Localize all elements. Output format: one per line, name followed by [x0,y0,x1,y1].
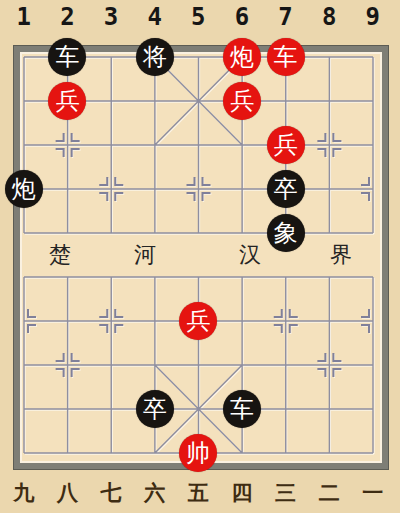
board-point-f2r2[interactable] [46,123,90,167]
piece-black-soldier[interactable]: 卒 [267,170,305,208]
piece-char: 车 [55,45,79,69]
board-point-f2r4[interactable] [46,211,90,255]
file-label-top-1: 1 [2,2,46,32]
board-point-f1r1[interactable] [2,79,46,123]
file-label-top-4: 4 [133,2,177,32]
piece-red-soldier[interactable]: 兵 [179,302,217,340]
board-point-f2r1[interactable]: 兵 [46,79,90,123]
board-point-f9r0[interactable] [351,35,395,79]
piece-red-general[interactable]: 帅 [179,434,217,472]
board-point-f7r8[interactable] [264,387,308,431]
board-point-f4r7[interactable] [133,343,177,387]
board-point-f2r0[interactable]: 车 [46,35,90,79]
piece-char: 将 [143,45,167,69]
piece-black-general[interactable]: 将 [136,38,174,76]
board-point-f9r3[interactable] [351,167,395,211]
board-point-f6r5[interactable] [220,255,264,299]
board-point-f3r1[interactable] [89,79,133,123]
board-point-f5r6[interactable]: 兵 [177,299,221,343]
file-label-bottom-六: 六 [133,478,177,508]
board-point-f4r6[interactable] [133,299,177,343]
board-point-f9r8[interactable] [351,387,395,431]
board-point-f5r2[interactable] [177,123,221,167]
board-point-f6r3[interactable] [220,167,264,211]
file-label-top-3: 3 [89,2,133,32]
board-point-f1r0[interactable] [2,35,46,79]
board-point-f8r8[interactable] [307,387,351,431]
board-point-f4r3[interactable] [133,167,177,211]
board-point-f8r0[interactable] [307,35,351,79]
piece-char: 兵 [274,133,298,157]
board-point-f3r3[interactable] [89,167,133,211]
board-point-f6r7[interactable] [220,343,264,387]
board-point-f1r2[interactable] [2,123,46,167]
board-point-f4r9[interactable] [133,431,177,475]
board-point-f2r3[interactable] [46,167,90,211]
piece-char: 车 [274,45,298,69]
board-point-f2r8[interactable] [46,387,90,431]
board-point-f6r8[interactable]: 车 [220,387,264,431]
piece-red-soldier[interactable]: 兵 [48,82,86,120]
board-point-f1r7[interactable] [2,343,46,387]
board-point-f9r2[interactable] [351,123,395,167]
piece-black-soldier[interactable]: 卒 [136,390,174,428]
board-point-f3r8[interactable] [89,387,133,431]
board-point-f5r0[interactable] [177,35,221,79]
board-point-f9r7[interactable] [351,343,395,387]
board-point-f5r3[interactable] [177,167,221,211]
board-point-f9r1[interactable] [351,79,395,123]
board-point-f5r7[interactable] [177,343,221,387]
board-point-f2r5[interactable] [46,255,90,299]
piece-char: 炮 [230,45,254,69]
board-point-f8r3[interactable] [307,167,351,211]
piece-red-soldier[interactable]: 兵 [267,126,305,164]
board-point-f2r6[interactable] [46,299,90,343]
piece-char: 帅 [186,441,210,465]
board-point-f3r6[interactable] [89,299,133,343]
board-point-f8r2[interactable] [307,123,351,167]
board-point-f7r5[interactable] [264,255,308,299]
board-point-f7r1[interactable] [264,79,308,123]
board-point-f5r9[interactable]: 帅 [177,431,221,475]
board-point-f4r2[interactable] [133,123,177,167]
file-label-top-8: 8 [307,2,351,32]
board-point-f8r4[interactable] [307,211,351,255]
board-point-f6r1[interactable]: 兵 [220,79,264,123]
piece-black-elephant[interactable]: 象 [267,214,305,252]
file-label-bottom-九: 九 [2,478,46,508]
board-point-f5r8[interactable] [177,387,221,431]
top-file-labels: 123456789 [2,2,395,32]
board-point-f4r0[interactable]: 将 [133,35,177,79]
piece-black-rook[interactable]: 车 [223,390,261,428]
board-point-f3r9[interactable] [89,431,133,475]
board-point-f7r4[interactable]: 象 [264,211,308,255]
board-point-f4r1[interactable] [133,79,177,123]
board-point-f8r7[interactable] [307,343,351,387]
board-point-f9r9[interactable] [351,431,395,475]
file-label-top-6: 6 [220,2,264,32]
board-point-f3r0[interactable] [89,35,133,79]
file-label-bottom-四: 四 [220,478,264,508]
board-point-f3r4[interactable] [89,211,133,255]
board-point-f5r5[interactable] [177,255,221,299]
board-point-f3r2[interactable] [89,123,133,167]
board-point-f7r7[interactable] [264,343,308,387]
file-label-bottom-一: 一 [351,478,395,508]
board-point-f8r5[interactable] [307,255,351,299]
board-point-f2r7[interactable] [46,343,90,387]
piece-black-rook[interactable]: 车 [48,38,86,76]
board-point-f7r6[interactable] [264,299,308,343]
board-point-f7r0[interactable]: 车 [264,35,308,79]
board-point-f1r6[interactable] [2,299,46,343]
board-point-f2r9[interactable] [46,431,90,475]
piece-red-cannon[interactable]: 炮 [223,38,261,76]
board-point-f8r9[interactable] [307,431,351,475]
piece-char: 车 [230,397,254,421]
board-point-f6r6[interactable] [220,299,264,343]
board-point-f4r8[interactable]: 卒 [133,387,177,431]
file-label-top-5: 5 [177,2,221,32]
board-point-f5r1[interactable] [177,79,221,123]
piece-char: 象 [274,221,298,245]
board-point-f1r8[interactable] [2,387,46,431]
piece-char: 炮 [12,177,36,201]
board-point-f1r3[interactable]: 炮 [2,167,46,211]
file-label-bottom-二: 二 [307,478,351,508]
board-point-f6r2[interactable] [220,123,264,167]
file-label-bottom-八: 八 [46,478,90,508]
board-point-f9r4[interactable] [351,211,395,255]
board-point-f1r9[interactable] [2,431,46,475]
board-point-f8r1[interactable] [307,79,351,123]
board-point-f8r6[interactable] [307,299,351,343]
board-point-f6r0[interactable]: 炮 [220,35,264,79]
board-point-f6r9[interactable] [220,431,264,475]
board-point-f7r2[interactable]: 兵 [264,123,308,167]
file-label-bottom-七: 七 [89,478,133,508]
bottom-file-labels: 九八七六五四三二一 [2,478,395,508]
file-label-top-9: 9 [351,2,395,32]
xiangqi-board-app: 123456789 楚河汉界 车将炮车兵兵兵炮卒象兵卒车帅 九八七六五四三二一 [0,0,400,513]
piece-char: 卒 [274,177,298,201]
board-point-f9r5[interactable] [351,255,395,299]
board-point-f3r7[interactable] [89,343,133,387]
board-point-f4r5[interactable] [133,255,177,299]
file-label-bottom-三: 三 [264,478,308,508]
piece-black-cannon[interactable]: 炮 [5,170,43,208]
board-point-f4r4[interactable] [133,211,177,255]
board-point-f1r4[interactable] [2,211,46,255]
file-label-top-7: 7 [264,2,308,32]
piece-char: 兵 [55,89,79,113]
board-point-f3r5[interactable] [89,255,133,299]
piece-red-rook[interactable]: 车 [267,38,305,76]
board-point-f5r4[interactable] [177,211,221,255]
board-point-f1r5[interactable] [2,255,46,299]
piece-red-soldier[interactable]: 兵 [223,82,261,120]
board-point-f7r9[interactable] [264,431,308,475]
piece-char: 卒 [143,397,167,421]
file-label-top-2: 2 [46,2,90,32]
board-point-f9r6[interactable] [351,299,395,343]
file-label-bottom-五: 五 [177,478,221,508]
board-grid[interactable]: 车将炮车兵兵兵炮卒象兵卒车帅 [2,35,395,475]
piece-char: 兵 [230,89,254,113]
board-point-f7r3[interactable]: 卒 [264,167,308,211]
piece-char: 兵 [186,309,210,333]
board-point-f6r4[interactable] [220,211,264,255]
